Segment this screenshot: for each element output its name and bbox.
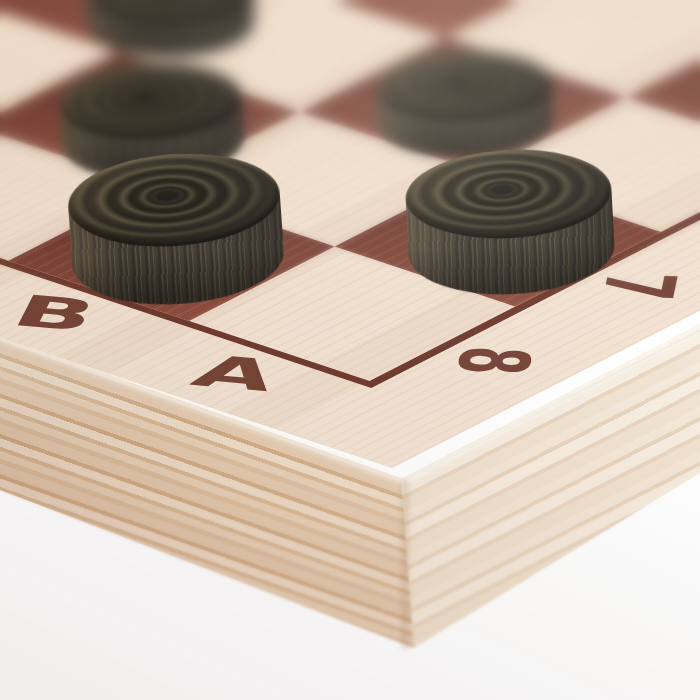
board-top-surface: AB87 [0,0,700,700]
coord-number-8: 8 [442,345,543,376]
board-corner-seam [399,480,411,650]
board: AB87 [0,0,700,468]
coord-number-7: 7 [588,271,689,302]
board-photo: AB87 [0,0,700,700]
